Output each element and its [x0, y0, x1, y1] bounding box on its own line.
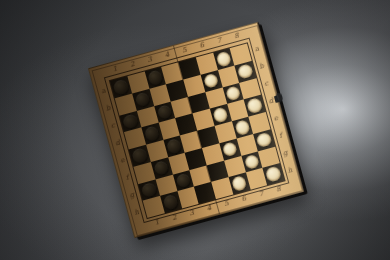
coord-left-c: c — [107, 120, 119, 131]
coord-right-a: a — [251, 43, 263, 54]
dark-piece-3e[interactable] — [166, 138, 183, 155]
square-8h[interactable] — [263, 163, 285, 185]
light-piece-7c[interactable] — [225, 85, 242, 102]
coord-right-h: h — [284, 165, 296, 176]
dark-piece-2h[interactable] — [162, 194, 179, 211]
dark-piece-2d[interactable] — [144, 126, 161, 143]
coord-bottom-4: 4 — [203, 203, 215, 214]
coord-right-c: c — [260, 78, 272, 89]
light-piece-6f[interactable] — [222, 141, 239, 158]
coord-right-f: f — [275, 130, 287, 141]
light-piece-8b[interactable] — [237, 63, 254, 80]
dark-piece-3g[interactable] — [175, 172, 192, 189]
light-piece-7e[interactable] — [234, 119, 251, 136]
coord-left-f: f — [121, 172, 133, 183]
coord-bottom-7: 7 — [255, 189, 267, 200]
photo-background: 11aa22bb33cc44dd55ee66ff77gg88hh — [0, 0, 390, 260]
dark-piece-3c[interactable] — [156, 104, 173, 121]
board-border: 11aa22bb33cc44dd55ee66ff77gg88hh — [88, 22, 304, 238]
light-piece-6b[interactable] — [203, 73, 220, 90]
coord-bottom-8: 8 — [273, 184, 285, 195]
dark-piece-1g[interactable] — [141, 182, 158, 199]
coord-bottom-2: 2 — [169, 213, 181, 224]
coord-left-g: g — [126, 190, 138, 201]
coord-left-d: d — [112, 137, 124, 148]
dark-piece-1e[interactable] — [131, 147, 148, 164]
coord-top-1: 1 — [109, 64, 121, 75]
coord-left-e: e — [116, 155, 128, 166]
coord-bottom-5: 5 — [221, 198, 233, 209]
coord-top-4: 4 — [161, 50, 173, 61]
dark-piece-1a[interactable] — [113, 79, 130, 96]
light-piece-6d[interactable] — [212, 107, 229, 124]
light-piece-8d[interactable] — [246, 97, 263, 114]
coord-top-2: 2 — [127, 59, 139, 70]
coord-right-g: g — [279, 148, 291, 159]
coord-left-h: h — [131, 207, 143, 218]
coord-top-5: 5 — [179, 45, 191, 56]
coord-bottom-3: 3 — [186, 208, 198, 219]
coord-top-7: 7 — [213, 36, 225, 47]
light-piece-7a[interactable] — [215, 51, 232, 68]
coord-top-6: 6 — [196, 40, 208, 51]
dark-piece-3a[interactable] — [147, 69, 164, 86]
coord-bottom-6: 6 — [238, 194, 250, 205]
dark-piece-2b[interactable] — [134, 91, 151, 108]
coord-top-8: 8 — [231, 31, 243, 42]
coord-right-b: b — [256, 61, 268, 72]
coord-top-3: 3 — [144, 55, 156, 66]
light-piece-7g[interactable] — [243, 153, 260, 170]
light-piece-6h[interactable] — [231, 175, 248, 192]
checkers-board: 11aa22bb33cc44dd55ee66ff77gg88hh — [88, 22, 304, 238]
coord-bottom-1: 1 — [151, 217, 163, 228]
coord-left-a: a — [97, 85, 109, 96]
coord-right-e: e — [270, 113, 282, 124]
light-piece-8h[interactable] — [265, 166, 282, 183]
coord-left-b: b — [102, 103, 114, 114]
dark-piece-2f[interactable] — [153, 160, 170, 177]
dark-piece-1c[interactable] — [122, 113, 139, 130]
clasp-latch-icon — [273, 92, 284, 105]
light-piece-8f[interactable] — [256, 132, 273, 149]
